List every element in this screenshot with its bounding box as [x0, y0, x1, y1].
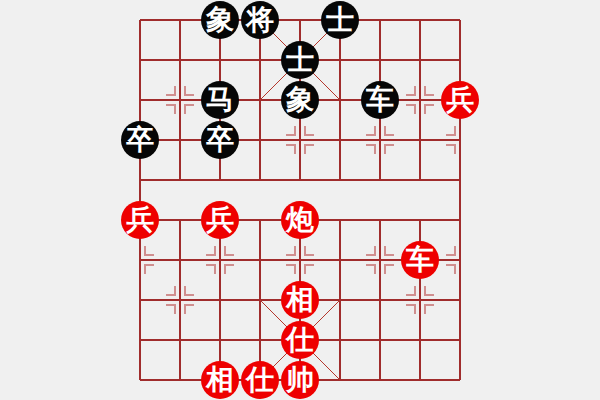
- piece-red-elephant[interactable]: 相: [201, 361, 239, 399]
- piece-black-soldier[interactable]: 卒: [121, 121, 159, 159]
- piece-red-chariot[interactable]: 车: [401, 241, 439, 279]
- piece-red-cannon[interactable]: 炮: [281, 201, 319, 239]
- piece-red-advisor[interactable]: 仕: [241, 361, 279, 399]
- piece-black-general[interactable]: 将: [241, 1, 279, 39]
- xiangqi-diagram: 象将士士马象车兵卒卒兵兵炮车相仕相仕帅: [0, 0, 600, 400]
- piece-red-advisor[interactable]: 仕: [281, 321, 319, 359]
- piece-red-soldier[interactable]: 兵: [441, 81, 479, 119]
- piece-red-soldier[interactable]: 兵: [201, 201, 239, 239]
- piece-red-general[interactable]: 帅: [281, 361, 319, 399]
- piece-black-advisor[interactable]: 士: [321, 1, 359, 39]
- piece-red-soldier[interactable]: 兵: [121, 201, 159, 239]
- piece-black-elephant[interactable]: 象: [281, 81, 319, 119]
- piece-black-chariot[interactable]: 车: [361, 81, 399, 119]
- piece-black-elephant[interactable]: 象: [201, 1, 239, 39]
- xiangqi-board[interactable]: 象将士士马象车兵卒卒兵兵炮车相仕相仕帅: [120, 0, 480, 400]
- piece-red-elephant[interactable]: 相: [281, 281, 319, 319]
- piece-black-soldier[interactable]: 卒: [201, 121, 239, 159]
- piece-black-horse[interactable]: 马: [201, 81, 239, 119]
- piece-black-advisor[interactable]: 士: [281, 41, 319, 79]
